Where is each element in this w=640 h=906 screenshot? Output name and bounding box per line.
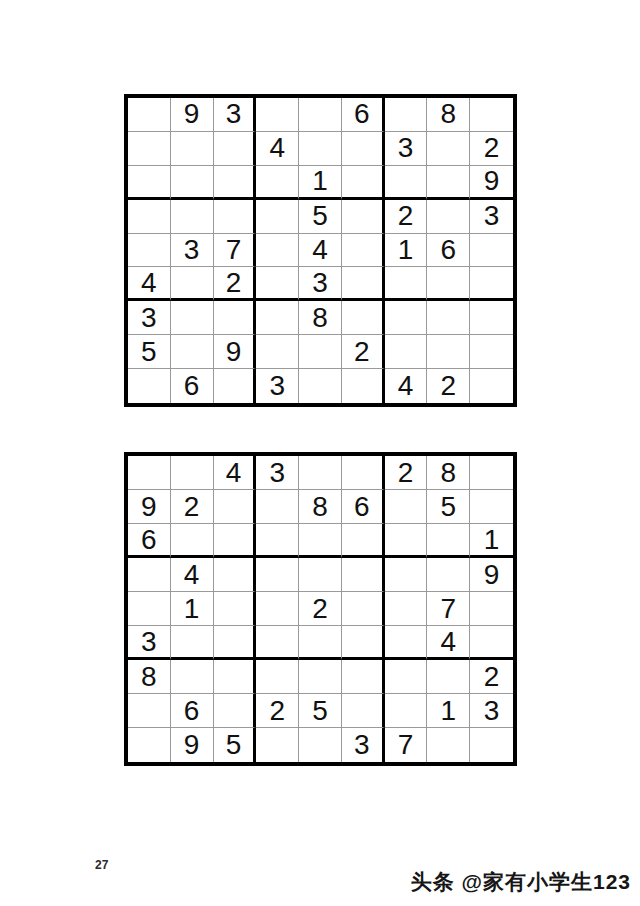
cell-r2c3[interactable] [214,490,257,524]
cell-r8c7[interactable] [385,335,428,369]
cell-r3c1[interactable]: 6 [128,524,171,558]
cell-r9c5[interactable] [299,728,342,762]
cell-r4c5[interactable]: 5 [299,200,342,234]
cell-r7c9[interactable]: 2 [470,660,513,694]
cell-r9c1[interactable] [128,728,171,762]
cell-r4c2[interactable] [171,200,214,234]
cell-r6c7[interactable] [385,626,428,660]
cell-r7c6[interactable] [342,301,385,335]
cell-r5c1[interactable] [128,234,171,268]
cell-r4c9[interactable]: 9 [470,558,513,592]
cell-r4c3[interactable] [214,200,257,234]
page-number: 27 [95,858,108,872]
cell-r7c8[interactable] [427,301,470,335]
cell-r3c7[interactable] [385,166,428,200]
cell-r3c4[interactable] [256,524,299,558]
cell-r7c3[interactable] [214,301,257,335]
cell-r4c8[interactable] [427,558,470,592]
cell-r1c7[interactable] [385,98,428,132]
cell-r3c8[interactable] [427,524,470,558]
cell-r2c9[interactable]: 2 [470,132,513,166]
cell-r3c9[interactable]: 1 [470,524,513,558]
cell-r4c7[interactable] [385,558,428,592]
cell-r9c9[interactable] [470,728,513,762]
cell-r2c5[interactable] [299,132,342,166]
cell-r1c1[interactable] [128,456,171,490]
cell-r6c8[interactable]: 4 [427,626,470,660]
cell-r6c2[interactable] [171,626,214,660]
cell-r1c5[interactable] [299,456,342,490]
cell-r4c8[interactable] [427,200,470,234]
cell-r5c7[interactable] [385,592,428,626]
cell-r4c3[interactable] [214,558,257,592]
cell-r7c4[interactable] [256,301,299,335]
cell-r5c5[interactable]: 2 [299,592,342,626]
cell-r4c2[interactable]: 4 [171,558,214,592]
cell-r5c4[interactable] [256,234,299,268]
cell-r4c4[interactable] [256,200,299,234]
cell-r2c2[interactable] [171,132,214,166]
cell-r2c7[interactable]: 3 [385,132,428,166]
cell-r8c4[interactable] [256,335,299,369]
cell-r4c1[interactable] [128,200,171,234]
cell-r8c2[interactable]: 6 [171,694,214,728]
cell-r6c3[interactable] [214,626,257,660]
cell-r9c2[interactable]: 6 [171,369,214,403]
cell-r3c5[interactable]: 1 [299,166,342,200]
cell-r8c5[interactable] [299,335,342,369]
cell-r1c9[interactable] [470,98,513,132]
cell-r1c8[interactable]: 8 [427,98,470,132]
cell-r8c3[interactable]: 9 [214,335,257,369]
cell-r5c2[interactable]: 3 [171,234,214,268]
cell-r9c6[interactable] [342,369,385,403]
cell-r7c2[interactable] [171,660,214,694]
cell-r3c7[interactable] [385,524,428,558]
cell-r5c6[interactable] [342,234,385,268]
cell-r4c6[interactable] [342,200,385,234]
cell-r2c9[interactable] [470,490,513,524]
cell-r2c1[interactable] [128,132,171,166]
cell-r5c3[interactable]: 7 [214,234,257,268]
cell-r5c8[interactable]: 7 [427,592,470,626]
cell-r1c3[interactable]: 4 [214,456,257,490]
cell-r1c4[interactable] [256,98,299,132]
cell-r8c6[interactable]: 2 [342,335,385,369]
cell-r7c5[interactable] [299,660,342,694]
cell-r2c5[interactable]: 8 [299,490,342,524]
cell-r9c1[interactable] [128,369,171,403]
cell-r9c7[interactable]: 4 [385,369,428,403]
cell-r2c4[interactable] [256,490,299,524]
cell-r8c9[interactable]: 3 [470,694,513,728]
cell-r2c8[interactable]: 5 [427,490,470,524]
cell-r5c9[interactable] [470,234,513,268]
cell-r2c2[interactable]: 2 [171,490,214,524]
cell-r5c9[interactable] [470,592,513,626]
cell-r1c1[interactable] [128,98,171,132]
cell-r1c6[interactable] [342,456,385,490]
cell-r2c1[interactable]: 9 [128,490,171,524]
sudoku-board-top: 93684321952337416423385926342 [124,94,517,407]
cell-r7c5[interactable]: 8 [299,301,342,335]
cell-r7c8[interactable] [427,660,470,694]
cell-r7c9[interactable] [470,301,513,335]
cell-r6c6[interactable] [342,626,385,660]
cell-r4c7[interactable]: 2 [385,200,428,234]
cell-r1c3[interactable]: 3 [214,98,257,132]
cell-r1c4[interactable]: 3 [256,456,299,490]
cell-r9c3[interactable]: 5 [214,728,257,762]
cell-r3c2[interactable] [171,524,214,558]
cell-r3c8[interactable] [427,166,470,200]
cell-r7c6[interactable] [342,660,385,694]
worksheet-page: 93684321952337416423385926342 4328928656… [0,0,640,906]
cell-r3c9[interactable]: 9 [470,166,513,200]
cell-r1c9[interactable] [470,456,513,490]
cell-r1c6[interactable]: 6 [342,98,385,132]
cell-r7c4[interactable] [256,660,299,694]
cell-r6c6[interactable] [342,267,385,301]
cell-r9c5[interactable] [299,369,342,403]
cell-r7c1[interactable]: 3 [128,301,171,335]
cell-r6c1[interactable]: 4 [128,267,171,301]
cell-r8c3[interactable] [214,694,257,728]
cell-r6c4[interactable] [256,267,299,301]
cell-r1c8[interactable]: 8 [427,456,470,490]
cell-r4c9[interactable]: 3 [470,200,513,234]
cell-r8c4[interactable]: 2 [256,694,299,728]
cell-r2c8[interactable] [427,132,470,166]
watermark-text: 头条 @家有小学生123 [411,868,631,896]
cell-r6c5[interactable] [299,626,342,660]
cell-r8c8[interactable] [427,335,470,369]
cell-r6c1[interactable]: 3 [128,626,171,660]
cell-r8c6[interactable] [342,694,385,728]
cell-r9c2[interactable]: 9 [171,728,214,762]
cell-r6c7[interactable] [385,267,428,301]
cell-r3c2[interactable] [171,166,214,200]
cell-r1c7[interactable]: 2 [385,456,428,490]
cell-r7c7[interactable] [385,660,428,694]
cell-r9c4[interactable]: 3 [256,369,299,403]
cell-r3c3[interactable] [214,524,257,558]
cell-r7c7[interactable] [385,301,428,335]
cell-r3c5[interactable] [299,524,342,558]
cell-r5c7[interactable]: 1 [385,234,428,268]
cell-r3c1[interactable] [128,166,171,200]
cell-r7c1[interactable]: 8 [128,660,171,694]
cell-r5c4[interactable] [256,592,299,626]
cell-r9c8[interactable] [427,728,470,762]
cell-r7c3[interactable] [214,660,257,694]
cell-r7c2[interactable] [171,301,214,335]
cell-r6c3[interactable]: 2 [214,267,257,301]
cell-r6c4[interactable] [256,626,299,660]
cell-r9c7[interactable]: 7 [385,728,428,762]
cell-r4c1[interactable] [128,558,171,592]
cell-r6c9[interactable] [470,267,513,301]
cell-r3c3[interactable] [214,166,257,200]
cell-r5c6[interactable] [342,592,385,626]
cell-r8c5[interactable]: 5 [299,694,342,728]
cell-r8c2[interactable] [171,335,214,369]
cell-r9c8[interactable]: 2 [427,369,470,403]
cell-r2c3[interactable] [214,132,257,166]
cell-r4c5[interactable] [299,558,342,592]
cell-r6c9[interactable] [470,626,513,660]
cell-r9c3[interactable] [214,369,257,403]
cell-r4c4[interactable] [256,558,299,592]
cell-r2c6[interactable]: 6 [342,490,385,524]
cell-r3c6[interactable] [342,524,385,558]
cell-r9c4[interactable] [256,728,299,762]
cell-r5c2[interactable]: 1 [171,592,214,626]
cell-r9c9[interactable] [470,369,513,403]
cell-r6c8[interactable] [427,267,470,301]
cell-r5c1[interactable] [128,592,171,626]
cell-r2c6[interactable] [342,132,385,166]
cell-r1c2[interactable] [171,456,214,490]
cell-r5c3[interactable] [214,592,257,626]
cell-r8c7[interactable] [385,694,428,728]
cell-r3c4[interactable] [256,166,299,200]
cell-r9c6[interactable]: 3 [342,728,385,762]
cell-r4c6[interactable] [342,558,385,592]
cell-r2c7[interactable] [385,490,428,524]
cell-r5c8[interactable]: 6 [427,234,470,268]
cell-r1c5[interactable] [299,98,342,132]
cell-r2c4[interactable]: 4 [256,132,299,166]
cell-r8c1[interactable] [128,694,171,728]
cell-r5c5[interactable]: 4 [299,234,342,268]
cell-r6c5[interactable]: 3 [299,267,342,301]
cell-r6c2[interactable] [171,267,214,301]
sudoku-board-bottom: 43289286561491273482625139537 [124,452,517,766]
cell-r8c8[interactable]: 1 [427,694,470,728]
cell-r3c6[interactable] [342,166,385,200]
cell-r8c1[interactable]: 5 [128,335,171,369]
cell-r1c2[interactable]: 9 [171,98,214,132]
cell-r8c9[interactable] [470,335,513,369]
